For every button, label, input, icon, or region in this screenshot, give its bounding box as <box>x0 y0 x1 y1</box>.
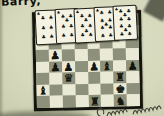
black-queen-c3: ♛ <box>64 73 74 84</box>
square-a5 <box>36 50 49 62</box>
square-h3 <box>126 71 139 83</box>
square-c7 <box>61 26 74 38</box>
square-d2 <box>75 84 88 96</box>
square-d3 <box>75 72 88 84</box>
square-b4: ♟ <box>49 61 62 73</box>
square-c8 <box>61 14 74 26</box>
square-c6 <box>61 38 74 50</box>
square-g7 <box>113 25 126 37</box>
square-g6 <box>113 36 126 48</box>
square-g4 <box>113 60 126 72</box>
square-f8 <box>99 13 112 25</box>
square-h7 <box>125 25 138 37</box>
square-f7 <box>100 25 113 37</box>
square-a1 <box>37 96 50 108</box>
square-a2: ♝ <box>37 85 50 97</box>
square-a3 <box>36 73 49 85</box>
square-d8 <box>74 14 87 26</box>
square-h2 <box>127 83 140 95</box>
square-c5 <box>62 49 75 61</box>
square-b3 <box>49 73 62 85</box>
black-king-g2: ♚ <box>115 84 125 95</box>
square-c2 <box>62 84 75 96</box>
square-h8 <box>125 13 138 25</box>
square-d5 <box>74 49 87 61</box>
black-pawn-h4: ♟ <box>128 60 138 71</box>
black-bishop-a2: ♝ <box>38 85 48 96</box>
square-e5 <box>87 49 100 61</box>
black-pawn-b5: ♟ <box>50 50 60 61</box>
square-b8 <box>48 15 61 27</box>
square-e4: ♟ <box>88 60 101 72</box>
square-f2 <box>101 83 114 95</box>
square-b2 <box>49 84 62 96</box>
square-d7 <box>74 26 87 38</box>
square-d4 <box>75 61 88 73</box>
square-e3 <box>88 72 101 84</box>
square-b7 <box>48 26 61 38</box>
square-a7 <box>35 26 48 38</box>
black-pawn-e4: ♟ <box>89 61 99 72</box>
square-e7 <box>87 25 100 37</box>
square-g3: ♜ <box>113 71 126 83</box>
black-bishop-f4: ♝ <box>102 61 112 72</box>
square-f6 <box>100 37 113 49</box>
square-h4: ♟ <box>126 59 139 71</box>
black-rook-g3: ♜ <box>115 72 125 83</box>
square-f4: ♝ <box>100 60 113 72</box>
square-g5 <box>113 48 126 60</box>
square-e6 <box>87 37 100 49</box>
square-b1 <box>50 96 63 108</box>
scanned-page: Barry, ♟♟♟♟♝♟♛♜♝♚♜♞ ♣♣♣♣♣♣♣♣♣♣♣♣♣♣♣♣♣♣♣♣… <box>0 0 164 116</box>
square-h5 <box>126 48 139 60</box>
square-a8 <box>35 15 48 27</box>
square-c1 <box>62 96 75 108</box>
square-g2: ♚ <box>114 83 127 95</box>
square-a6 <box>36 38 49 50</box>
square-b5: ♟ <box>49 49 62 61</box>
black-pawn-b4: ♟ <box>50 62 60 73</box>
photo-tilt-wrapper: ♟♟♟♟♝♟♛♜♝♚♜♞ ♣♣♣♣♣♣♣♣♣♣♣♣♣♣♣♣♣♣♣♣♣♣♣♣♣♣♣… <box>0 0 164 116</box>
square-c3: ♛ <box>62 72 75 84</box>
square-a4 <box>36 61 49 73</box>
square-f3 <box>101 72 114 84</box>
square-e2 <box>88 83 101 95</box>
chess-board: ♟♟♟♟♝♟♛♜♝♚♜♞ <box>32 10 143 111</box>
square-g8 <box>112 13 125 25</box>
black-pawn-c4: ♟ <box>63 62 73 73</box>
square-d6 <box>74 37 87 49</box>
square-b6 <box>48 38 61 50</box>
square-c4: ♟ <box>62 61 75 73</box>
square-d1 <box>75 95 88 107</box>
square-h6 <box>126 36 139 48</box>
square-f5 <box>100 48 113 60</box>
square-e8 <box>87 14 100 26</box>
